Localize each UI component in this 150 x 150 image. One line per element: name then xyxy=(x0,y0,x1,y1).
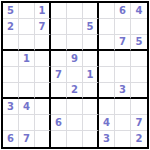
cell-r1c7[interactable] xyxy=(99,3,115,19)
cell-r6c5[interactable]: 2 xyxy=(67,83,83,99)
cell-r1c9[interactable]: 4 xyxy=(131,3,147,19)
cell-r2c4[interactable] xyxy=(51,19,67,35)
sudoku-page: 516427575197123346476732 xyxy=(0,0,150,150)
cell-r7c2[interactable]: 4 xyxy=(19,99,35,115)
cell-r1c2[interactable] xyxy=(19,3,35,19)
cell-r7c1[interactable]: 3 xyxy=(3,99,19,115)
cell-r9c5[interactable] xyxy=(67,131,83,147)
cell-r7c6[interactable] xyxy=(83,99,99,115)
cell-r5c1[interactable] xyxy=(3,67,19,83)
cell-r7c5[interactable] xyxy=(67,99,83,115)
cell-r4c4[interactable] xyxy=(51,51,67,67)
cell-r3c8[interactable]: 7 xyxy=(115,35,131,51)
cell-r1c1[interactable]: 5 xyxy=(3,3,19,19)
cell-r8c4[interactable]: 6 xyxy=(51,115,67,131)
cell-r1c4[interactable] xyxy=(51,3,67,19)
cell-r1c3[interactable]: 1 xyxy=(35,3,51,19)
cell-r9c6[interactable] xyxy=(83,131,99,147)
cell-r6c7[interactable] xyxy=(99,83,115,99)
cell-r4c7[interactable] xyxy=(99,51,115,67)
cell-r1c6[interactable] xyxy=(83,3,99,19)
cell-r5c2[interactable] xyxy=(19,67,35,83)
cell-r7c8[interactable] xyxy=(115,99,131,115)
cell-r5c4[interactable]: 7 xyxy=(51,67,67,83)
cell-r3c7[interactable] xyxy=(99,35,115,51)
cell-r6c3[interactable] xyxy=(35,83,51,99)
cell-r9c9[interactable]: 2 xyxy=(131,131,147,147)
cell-r6c1[interactable] xyxy=(3,83,19,99)
cell-r1c5[interactable] xyxy=(67,3,83,19)
cell-r8c8[interactable] xyxy=(115,115,131,131)
cell-r3c3[interactable] xyxy=(35,35,51,51)
cell-r8c6[interactable] xyxy=(83,115,99,131)
cell-r2c3[interactable]: 7 xyxy=(35,19,51,35)
cell-r2c7[interactable] xyxy=(99,19,115,35)
cell-r7c9[interactable] xyxy=(131,99,147,115)
cell-r8c2[interactable] xyxy=(19,115,35,131)
cell-r5c5[interactable] xyxy=(67,67,83,83)
cell-r8c3[interactable] xyxy=(35,115,51,131)
cell-r2c6[interactable]: 5 xyxy=(83,19,99,35)
cell-r3c9[interactable]: 5 xyxy=(131,35,147,51)
cell-r2c5[interactable] xyxy=(67,19,83,35)
cell-r6c4[interactable] xyxy=(51,83,67,99)
cell-r2c9[interactable] xyxy=(131,19,147,35)
cell-r9c8[interactable] xyxy=(115,131,131,147)
sudoku-board: 516427575197123346476732 xyxy=(1,1,149,149)
cell-r6c9[interactable] xyxy=(131,83,147,99)
cell-r4c9[interactable] xyxy=(131,51,147,67)
cell-r9c7[interactable]: 3 xyxy=(99,131,115,147)
cell-r2c2[interactable] xyxy=(19,19,35,35)
cell-r8c1[interactable] xyxy=(3,115,19,131)
cell-r4c8[interactable] xyxy=(115,51,131,67)
cell-r5c8[interactable] xyxy=(115,67,131,83)
cell-r7c7[interactable] xyxy=(99,99,115,115)
cell-r7c4[interactable] xyxy=(51,99,67,115)
cell-r4c1[interactable] xyxy=(3,51,19,67)
cell-r5c6[interactable]: 1 xyxy=(83,67,99,83)
cell-r9c4[interactable] xyxy=(51,131,67,147)
cell-r9c3[interactable] xyxy=(35,131,51,147)
cell-r1c8[interactable]: 6 xyxy=(115,3,131,19)
cell-r5c3[interactable] xyxy=(35,67,51,83)
cell-r9c1[interactable]: 6 xyxy=(3,131,19,147)
cell-r5c7[interactable] xyxy=(99,67,115,83)
cell-r4c2[interactable]: 1 xyxy=(19,51,35,67)
cell-r3c1[interactable] xyxy=(3,35,19,51)
cell-r3c5[interactable] xyxy=(67,35,83,51)
cell-r8c5[interactable] xyxy=(67,115,83,131)
cell-r6c6[interactable] xyxy=(83,83,99,99)
cell-r8c9[interactable]: 7 xyxy=(131,115,147,131)
cell-r5c9[interactable] xyxy=(131,67,147,83)
cell-r6c8[interactable]: 3 xyxy=(115,83,131,99)
cell-r2c1[interactable]: 2 xyxy=(3,19,19,35)
cell-r3c4[interactable] xyxy=(51,35,67,51)
cell-r3c2[interactable] xyxy=(19,35,35,51)
cell-r2c8[interactable] xyxy=(115,19,131,35)
cell-r9c2[interactable]: 7 xyxy=(19,131,35,147)
cell-r7c3[interactable] xyxy=(35,99,51,115)
cell-r4c6[interactable] xyxy=(83,51,99,67)
cell-r3c6[interactable] xyxy=(83,35,99,51)
cell-r4c3[interactable] xyxy=(35,51,51,67)
cell-r8c7[interactable]: 4 xyxy=(99,115,115,131)
cell-r4c5[interactable]: 9 xyxy=(67,51,83,67)
cell-r6c2[interactable] xyxy=(19,83,35,99)
